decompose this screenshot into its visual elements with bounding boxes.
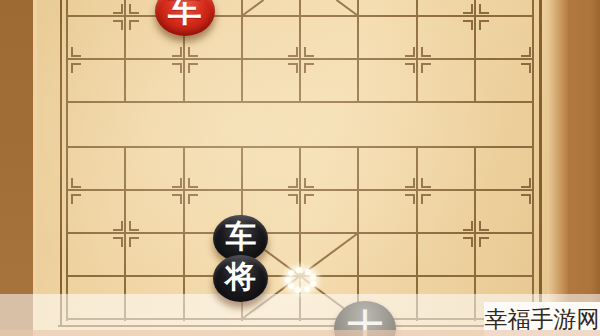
piece-glyph: 车 (225, 216, 256, 258)
sparkle-dot (304, 286, 310, 292)
sparkle-dot (310, 281, 316, 287)
frame-right (539, 0, 542, 327)
xiangqi-screenshot: 车车将士 幸福手游网 (0, 0, 600, 336)
piece-glyph: 车 (168, 0, 202, 33)
sparkle-dot (288, 283, 294, 289)
bottom-edge-strip (0, 330, 600, 336)
piece-glyph: 将 (225, 256, 256, 298)
sparkle-dot (305, 269, 311, 275)
sparkle-dot (285, 277, 291, 283)
sparkle-dot (295, 287, 301, 293)
frame-left (60, 0, 63, 327)
piece-black-general[interactable]: 将 (213, 255, 268, 302)
